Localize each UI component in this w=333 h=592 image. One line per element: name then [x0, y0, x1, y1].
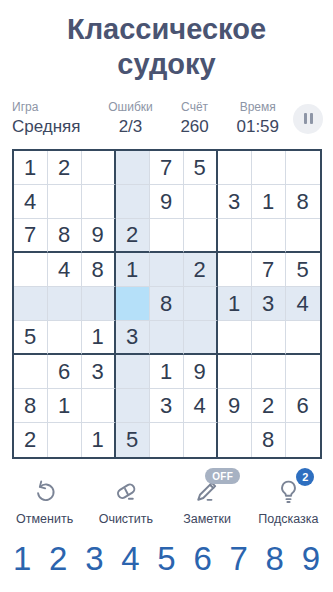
undo-button[interactable]: Отменить: [4, 475, 85, 526]
cell-r2c8[interactable]: 1: [252, 185, 286, 219]
stat-game: Игра Средняя: [12, 100, 81, 137]
cell-r1c7[interactable]: [218, 151, 252, 185]
stat-score: Счёт 260: [180, 100, 208, 137]
pause-button[interactable]: [293, 104, 323, 134]
time-value: 01:59: [236, 117, 279, 137]
cell-r5c7[interactable]: 1: [218, 287, 252, 321]
cell-r4c7[interactable]: [218, 253, 252, 287]
score-label: Счёт: [180, 100, 208, 114]
lightbulb-icon: 2: [271, 475, 305, 507]
cell-r8c7[interactable]: 9: [218, 389, 252, 423]
cell-r2c2[interactable]: [48, 185, 82, 219]
cell-r3c2[interactable]: 8: [48, 219, 82, 253]
cell-r3c8[interactable]: [252, 219, 286, 253]
cell-r5c6[interactable]: [184, 287, 218, 321]
cell-r1c3[interactable]: [82, 151, 116, 185]
time-label: Время: [236, 100, 279, 114]
cell-r8c6[interactable]: 4: [184, 389, 218, 423]
numpad-7[interactable]: 7: [229, 539, 247, 579]
cell-r3c5[interactable]: [150, 219, 184, 253]
stat-time: Время 01:59: [236, 100, 279, 137]
cell-r7c5[interactable]: 1: [150, 355, 184, 389]
cell-r9c8[interactable]: 8: [252, 423, 286, 457]
page-title: Классическое судоку: [47, 0, 287, 82]
notes-button[interactable]: OFF Заметки: [167, 475, 248, 526]
cell-r2c6[interactable]: [184, 185, 218, 219]
erase-label: Очистить: [99, 512, 153, 526]
cell-r4c5[interactable]: [150, 253, 184, 287]
sudoku-grid: 1275493187892481275813451363198134926215…: [12, 149, 322, 459]
game-value: Средняя: [12, 117, 81, 137]
pause-icon: [304, 113, 313, 124]
cell-r9c5[interactable]: [150, 423, 184, 457]
cell-r9c3[interactable]: 1: [82, 423, 116, 457]
cell-r7c7[interactable]: [218, 355, 252, 389]
cell-r7c4[interactable]: [116, 355, 150, 389]
number-pad: 123456789: [0, 539, 333, 579]
cell-r7c6[interactable]: 9: [184, 355, 218, 389]
sudoku-app: Классическое судоку Игра Средняя Ошибки …: [0, 0, 333, 592]
cell-r4c1[interactable]: [14, 253, 48, 287]
cell-r7c9[interactable]: [286, 355, 320, 389]
game-label: Игра: [12, 100, 81, 114]
cell-r5c1[interactable]: [14, 287, 48, 321]
cell-r8c3[interactable]: [82, 389, 116, 423]
cell-r3c4[interactable]: 2: [116, 219, 150, 253]
cell-r6c8[interactable]: [252, 321, 286, 355]
numpad-6[interactable]: 6: [193, 539, 211, 579]
numpad-8[interactable]: 8: [266, 539, 284, 579]
numpad-3[interactable]: 3: [85, 539, 103, 579]
hint-button[interactable]: 2 Подсказка: [248, 475, 329, 526]
cell-r1c9[interactable]: [286, 151, 320, 185]
cell-r6c2[interactable]: [48, 321, 82, 355]
numpad-5[interactable]: 5: [157, 539, 175, 579]
cell-r1c6[interactable]: 5: [184, 151, 218, 185]
cell-r6c4[interactable]: 3: [116, 321, 150, 355]
cell-r4c2[interactable]: 4: [48, 253, 82, 287]
toolbar: Отменить Очистить OFF Заметк: [0, 475, 333, 526]
cell-r4c6[interactable]: 2: [184, 253, 218, 287]
cell-r5c2[interactable]: [48, 287, 82, 321]
notes-off-badge: OFF: [205, 468, 240, 484]
cell-r6c5[interactable]: [150, 321, 184, 355]
cell-r2c9[interactable]: 8: [286, 185, 320, 219]
cell-r2c3[interactable]: [82, 185, 116, 219]
hint-label: Подсказка: [258, 512, 318, 526]
cell-r6c3[interactable]: 1: [82, 321, 116, 355]
cell-r5c8[interactable]: 3: [252, 287, 286, 321]
erase-button[interactable]: Очистить: [85, 475, 166, 526]
hint-count-badge: 2: [296, 468, 314, 486]
cell-r6c9[interactable]: [286, 321, 320, 355]
cell-r1c4[interactable]: [116, 151, 150, 185]
stat-mistakes: Ошибки 2/3: [108, 100, 153, 137]
cell-r1c5[interactable]: 7: [150, 151, 184, 185]
stats-bar: Игра Средняя Ошибки 2/3 Счёт 260 Время 0…: [0, 100, 333, 137]
cell-r5c3[interactable]: [82, 287, 116, 321]
cell-r9c1[interactable]: 2: [14, 423, 48, 457]
cell-r2c4[interactable]: [116, 185, 150, 219]
mistakes-label: Ошибки: [108, 100, 153, 114]
cell-r8c9[interactable]: 6: [286, 389, 320, 423]
score-value: 260: [180, 117, 208, 137]
numpad-1[interactable]: 1: [13, 539, 31, 579]
cell-r4c3[interactable]: 8: [82, 253, 116, 287]
cell-r4c8[interactable]: 7: [252, 253, 286, 287]
cell-r8c8[interactable]: 2: [252, 389, 286, 423]
cell-r2c7[interactable]: 3: [218, 185, 252, 219]
numpad-9[interactable]: 9: [302, 539, 320, 579]
pencil-icon: OFF: [190, 475, 224, 507]
notes-label: Заметки: [183, 512, 231, 526]
cell-r9c7[interactable]: [218, 423, 252, 457]
cell-r2c1[interactable]: 4: [14, 185, 48, 219]
cell-r2c5[interactable]: 9: [150, 185, 184, 219]
cell-r7c8[interactable]: [252, 355, 286, 389]
cell-r1c1[interactable]: 1: [14, 151, 48, 185]
cell-r3c7[interactable]: [218, 219, 252, 253]
cell-r9c6[interactable]: [184, 423, 218, 457]
cell-r7c2[interactable]: 6: [48, 355, 82, 389]
cell-r8c2[interactable]: 1: [48, 389, 82, 423]
cell-r6c7[interactable]: [218, 321, 252, 355]
cell-r6c6[interactable]: [184, 321, 218, 355]
undo-label: Отменить: [16, 512, 73, 526]
cell-r9c9[interactable]: [286, 423, 320, 457]
cell-r5c5[interactable]: 8: [150, 287, 184, 321]
eraser-icon: [109, 475, 143, 507]
cell-r1c8[interactable]: [252, 151, 286, 185]
cell-r3c3[interactable]: 9: [82, 219, 116, 253]
undo-icon: [28, 475, 62, 507]
cell-r7c3[interactable]: 3: [82, 355, 116, 389]
cell-r5c4[interactable]: [116, 287, 150, 321]
cell-r4c9[interactable]: 5: [286, 253, 320, 287]
cell-r9c4[interactable]: 5: [116, 423, 150, 457]
mistakes-value: 2/3: [108, 117, 153, 137]
numpad-4[interactable]: 4: [121, 539, 139, 579]
cell-r5c9[interactable]: 4: [286, 287, 320, 321]
cell-r3c9[interactable]: [286, 219, 320, 253]
cell-r6c1[interactable]: 5: [14, 321, 48, 355]
cell-r8c4[interactable]: [116, 389, 150, 423]
cell-r3c6[interactable]: [184, 219, 218, 253]
cell-r9c2[interactable]: [48, 423, 82, 457]
cell-r8c1[interactable]: 8: [14, 389, 48, 423]
cell-r4c4[interactable]: 1: [116, 253, 150, 287]
numpad-2[interactable]: 2: [49, 539, 67, 579]
cell-r3c1[interactable]: 7: [14, 219, 48, 253]
cell-r7c1[interactable]: [14, 355, 48, 389]
cell-r8c5[interactable]: 3: [150, 389, 184, 423]
cell-r1c2[interactable]: 2: [48, 151, 82, 185]
